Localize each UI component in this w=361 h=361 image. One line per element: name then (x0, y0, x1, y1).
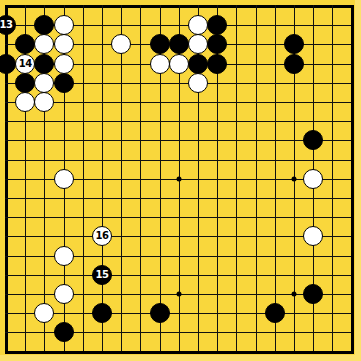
black-stone (207, 34, 227, 54)
go-board[interactable]: 13151416 (0, 0, 361, 361)
black-stone (284, 54, 304, 74)
black-stone (265, 303, 285, 323)
board-grid: 13151416 (0, 0, 361, 361)
black-stone (92, 303, 112, 323)
white-stone (54, 15, 74, 35)
black-stone (303, 284, 323, 304)
black-stone (15, 34, 35, 54)
grid-line-vertical (351, 5, 354, 354)
white-stone (188, 73, 208, 93)
white-stone (34, 303, 54, 323)
grid-line-horizontal (5, 351, 354, 354)
grid-line-vertical (275, 5, 276, 354)
grid-line-horizontal (5, 236, 354, 237)
white-stone: 14 (15, 54, 35, 74)
white-stone (15, 92, 35, 112)
hoshi-point (176, 292, 181, 297)
move-number-label: 15 (96, 270, 109, 280)
black-stone (303, 130, 323, 150)
white-stone (34, 92, 54, 112)
white-stone (303, 169, 323, 189)
white-stone (188, 15, 208, 35)
black-stone (54, 322, 74, 342)
white-stone (34, 73, 54, 93)
black-stone (207, 15, 227, 35)
black-stone (169, 34, 189, 54)
hoshi-point (176, 176, 181, 181)
grid-line-vertical (332, 5, 333, 354)
hoshi-point (292, 176, 297, 181)
grid-line-horizontal (5, 313, 354, 314)
white-stone (169, 54, 189, 74)
black-stone (284, 34, 304, 54)
white-stone (54, 284, 74, 304)
black-stone (207, 54, 227, 74)
white-stone (34, 34, 54, 54)
black-stone: 15 (92, 265, 112, 285)
move-number-label: 16 (96, 231, 109, 241)
white-stone (54, 54, 74, 74)
grid-line-horizontal (5, 217, 354, 218)
grid-line-vertical (236, 5, 237, 354)
grid-line-horizontal (5, 275, 354, 276)
white-stone (54, 246, 74, 266)
black-stone (150, 303, 170, 323)
move-number-label: 14 (19, 59, 32, 69)
move-number-label: 13 (0, 20, 12, 30)
white-stone (188, 34, 208, 54)
black-stone (34, 15, 54, 35)
grid-line-horizontal (5, 198, 354, 199)
black-stone (150, 34, 170, 54)
black-stone (188, 54, 208, 74)
grid-line-vertical (256, 5, 257, 354)
black-stone (15, 73, 35, 93)
white-stone (54, 34, 74, 54)
white-stone (111, 34, 131, 54)
white-stone (303, 226, 323, 246)
white-stone (150, 54, 170, 74)
white-stone: 16 (92, 226, 112, 246)
white-stone (54, 169, 74, 189)
hoshi-point (292, 292, 297, 297)
black-stone (34, 54, 54, 74)
black-stone (54, 73, 74, 93)
